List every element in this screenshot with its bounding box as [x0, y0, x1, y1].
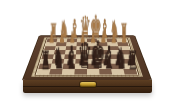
board-square: ♟: [87, 64, 99, 69]
board-square: ♟: [63, 64, 76, 69]
board-square: ♟: [38, 64, 51, 69]
chess-board: ♜♞♝♛♚♝♞♜♟♟♟♟♟♟♟♟♟♟♟♟♟♟♟♟♜♞♝♛♚♝♞♜: [23, 36, 151, 80]
light-pawn: ♟: [100, 29, 104, 45]
light-rook: ♜: [120, 21, 124, 42]
box-front-edge: [23, 80, 152, 93]
brass-latch-icon: [80, 82, 96, 87]
light-pawn: ♟: [111, 29, 115, 45]
light-knight: ♞: [60, 18, 64, 42]
light-pawn: ♟: [59, 29, 63, 45]
chess-set-photo: ♜♞♝♛♚♝♞♜♟♟♟♟♟♟♟♟♟♟♟♟♟♟♟♟♜♞♝♛♚♝♞♜: [0, 0, 175, 105]
board-square: ♛: [74, 69, 87, 75]
light-king: ♚: [90, 11, 94, 42]
board-square: ♜: [123, 69, 137, 75]
light-pawn: ♟: [80, 29, 84, 45]
board-square: ♜: [37, 69, 51, 75]
board-frame: ♜♞♝♛♚♝♞♜♟♟♟♟♟♟♟♟♟♟♟♟♟♟♟♟♜♞♝♛♚♝♞♜: [23, 36, 151, 80]
light-knight: ♞: [110, 18, 114, 42]
board-square: ♝: [99, 69, 112, 75]
light-pawn: ♟: [69, 29, 73, 45]
light-rook: ♜: [50, 21, 54, 42]
board-square: ♟: [51, 64, 64, 69]
board-squares: ♜♞♝♛♚♝♞♜♟♟♟♟♟♟♟♟♟♟♟♟♟♟♟♟♜♞♝♛♚♝♞♜: [37, 39, 138, 75]
light-pawn: ♟: [90, 29, 94, 45]
light-pawn: ♟: [121, 29, 125, 45]
light-queen: ♛: [80, 13, 84, 42]
board-border-inlay: ♜♞♝♛♚♝♞♜♟♟♟♟♟♟♟♟♟♟♟♟♟♟♟♟♜♞♝♛♚♝♞♜: [31, 37, 143, 76]
board-square: ♟: [122, 64, 135, 69]
light-bishop: ♝: [70, 16, 74, 42]
board-square: ♟: [99, 64, 112, 69]
light-pawn: ♟: [49, 29, 53, 45]
board-square: ♟: [75, 64, 87, 69]
board-square: ♚: [87, 69, 100, 75]
board-square: ♝: [62, 69, 75, 75]
board-square: ♞: [49, 69, 62, 75]
light-bishop: ♝: [100, 16, 104, 42]
